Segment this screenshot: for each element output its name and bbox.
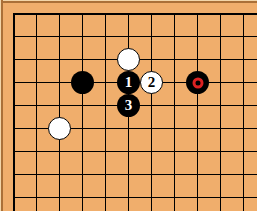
board-point [47,185,70,211]
board-point [24,139,47,162]
board-point [139,185,162,211]
board-point [185,93,208,116]
board-point [208,1,231,24]
board-point [162,162,185,185]
board-point [162,139,185,162]
board-point [47,116,70,139]
board-point [116,24,139,47]
board-point [24,185,47,211]
board-point [231,70,257,93]
move-number: 1 [125,75,133,90]
board-point [231,139,257,162]
board-point [116,47,139,70]
board-point [93,47,116,70]
board-point [116,185,139,211]
board-point [208,139,231,162]
move-number: 3 [125,98,133,113]
go-grid: 123 [1,1,257,211]
board-point [1,24,24,47]
board-point: 1 [116,70,139,93]
white-stone [117,48,140,71]
black-stone-move-1: 1 [117,71,140,94]
board-point [24,70,47,93]
board-point [139,116,162,139]
black-stone-move-3: 3 [117,94,140,117]
board-point [1,47,24,70]
board-point [1,116,24,139]
board-point [1,1,24,24]
board-point [24,162,47,185]
board-point [1,162,24,185]
board-point [116,116,139,139]
board-point [70,24,93,47]
board-point: 2 [139,70,162,93]
board-point [139,162,162,185]
board-point [116,162,139,185]
board-point [70,47,93,70]
board-point [47,1,70,24]
board-point [162,1,185,24]
board-bevel-left [0,0,3,211]
board-point [70,93,93,116]
board-point [24,24,47,47]
board-point [1,93,24,116]
board-point [1,185,24,211]
white-stone [48,117,71,140]
board-point [93,70,116,93]
board-point [70,185,93,211]
board-point [1,70,24,93]
board-point [231,162,257,185]
board-point [185,116,208,139]
board-point [70,70,93,93]
go-board: 123 [0,0,257,211]
board-point [185,139,208,162]
board-point [231,24,257,47]
board-point [231,1,257,24]
board-point [231,93,257,116]
board-point [185,24,208,47]
board-point [139,24,162,47]
board-point: 3 [116,93,139,116]
board-point [24,116,47,139]
board-point [139,139,162,162]
board-point [231,185,257,211]
board-point [162,116,185,139]
board-point [139,1,162,24]
circle-marker-icon [192,77,203,88]
board-point [162,93,185,116]
board-point [208,70,231,93]
board-point [231,116,257,139]
board-point [47,162,70,185]
board-point [93,185,116,211]
board-point [116,1,139,24]
board-point [47,24,70,47]
board-point [93,1,116,24]
board-point [162,24,185,47]
board-point [24,93,47,116]
board-point [116,139,139,162]
board-point [70,162,93,185]
board-point [208,116,231,139]
board-point [185,185,208,211]
board-point [185,162,208,185]
board-point [47,47,70,70]
board-point [47,70,70,93]
board-point [162,70,185,93]
board-point [70,139,93,162]
board-point [208,185,231,211]
board-point [139,47,162,70]
board-point [231,47,257,70]
white-stone-move-2: 2 [140,71,163,94]
board-bevel-top [0,0,257,3]
black-stone [71,71,94,94]
board-point [208,93,231,116]
board-point [139,93,162,116]
board-point [208,47,231,70]
board-point [70,116,93,139]
board-point [93,139,116,162]
board-point [47,93,70,116]
board-point [70,1,93,24]
board-point [47,139,70,162]
board-point [93,162,116,185]
black-stone-marked [186,71,209,94]
board-point [1,139,24,162]
board-point [185,1,208,24]
board-point [185,47,208,70]
board-point [24,1,47,24]
move-number: 2 [148,75,156,90]
board-point [24,47,47,70]
board-point [162,47,185,70]
board-point [162,185,185,211]
board-point [208,24,231,47]
board-point [185,70,208,93]
board-point [208,162,231,185]
board-point [93,93,116,116]
board-point [93,24,116,47]
board-point [93,116,116,139]
